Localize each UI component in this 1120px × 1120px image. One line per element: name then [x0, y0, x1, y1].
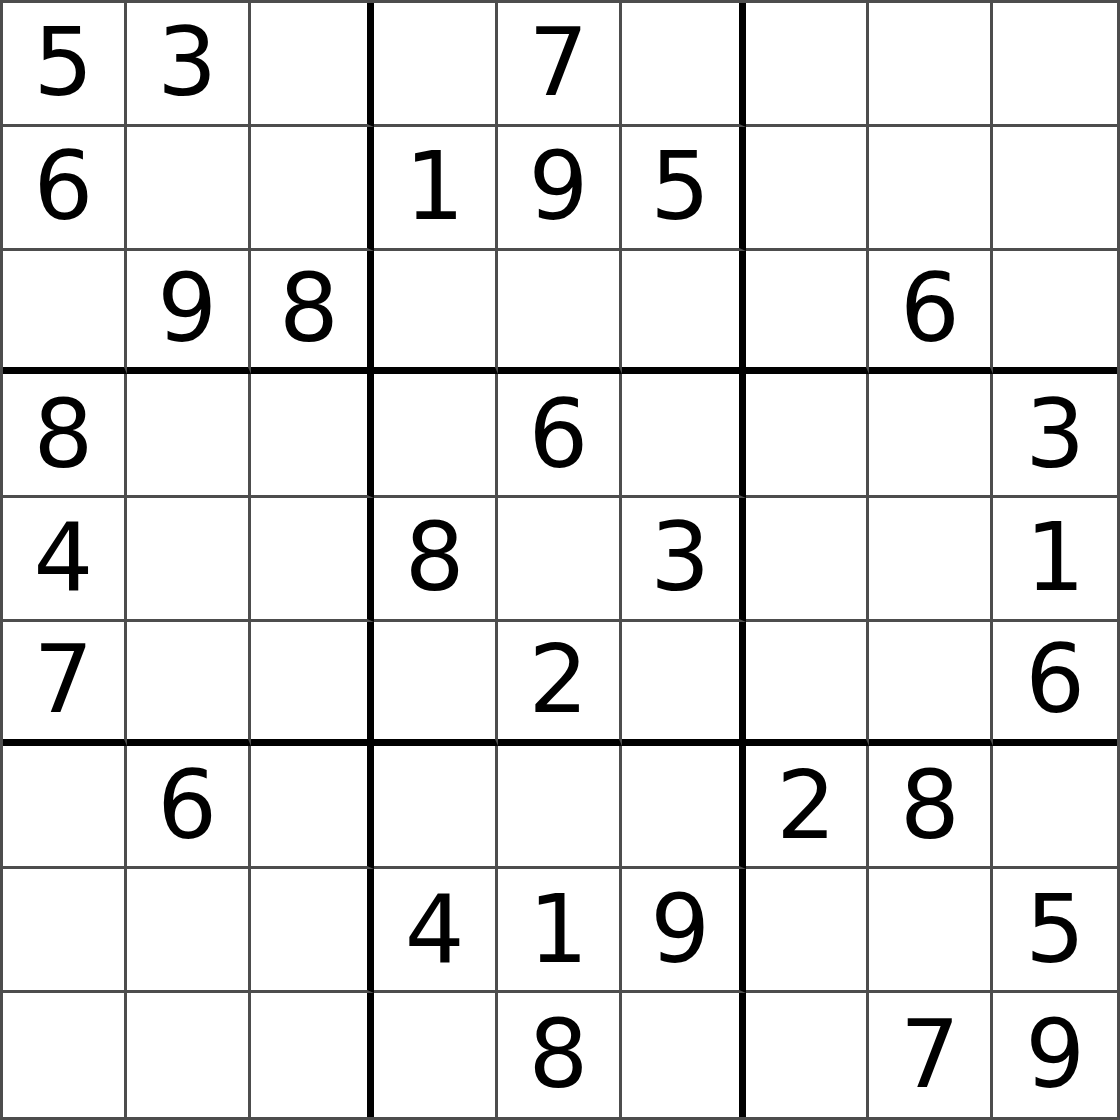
cell-r1c1: 5: [3, 3, 127, 127]
cell-r2c3[interactable]: [251, 127, 375, 251]
cell-r9c7[interactable]: [746, 993, 870, 1117]
cell-r5c7[interactable]: [746, 498, 870, 622]
cell-r2c4: 1: [374, 127, 498, 251]
cell-r7c5[interactable]: [498, 746, 622, 870]
cell-r8c4: 4: [374, 869, 498, 993]
cell-r7c1[interactable]: [3, 746, 127, 870]
cell-r6c2[interactable]: [127, 622, 251, 746]
cell-r2c1: 6: [3, 127, 127, 251]
cell-r7c2: 6: [127, 746, 251, 870]
cell-r4c5: 6: [498, 374, 622, 498]
cell-r8c2[interactable]: [127, 869, 251, 993]
cell-r5c3[interactable]: [251, 498, 375, 622]
cell-r3c3: 8: [251, 251, 375, 375]
cell-r7c4[interactable]: [374, 746, 498, 870]
cell-r5c8[interactable]: [869, 498, 993, 622]
cell-r9c3[interactable]: [251, 993, 375, 1117]
cell-r1c9[interactable]: [993, 3, 1117, 127]
cell-r5c1: 4: [3, 498, 127, 622]
cell-r4c8[interactable]: [869, 374, 993, 498]
cell-r1c6[interactable]: [622, 3, 746, 127]
cell-r7c9[interactable]: [993, 746, 1117, 870]
sudoku-board: 537619598686348317266284195879: [0, 0, 1120, 1120]
cell-r2c2[interactable]: [127, 127, 251, 251]
cell-r9c6[interactable]: [622, 993, 746, 1117]
cell-r6c1: 7: [3, 622, 127, 746]
cell-r9c2[interactable]: [127, 993, 251, 1117]
cell-r2c8[interactable]: [869, 127, 993, 251]
cell-r7c7: 2: [746, 746, 870, 870]
cell-r3c8: 6: [869, 251, 993, 375]
cell-r6c9: 6: [993, 622, 1117, 746]
cell-r6c7[interactable]: [746, 622, 870, 746]
cell-r8c5: 1: [498, 869, 622, 993]
cell-r8c7[interactable]: [746, 869, 870, 993]
cell-r2c5: 9: [498, 127, 622, 251]
cell-r4c6[interactable]: [622, 374, 746, 498]
cell-r2c7[interactable]: [746, 127, 870, 251]
cell-r4c3[interactable]: [251, 374, 375, 498]
cell-r1c8[interactable]: [869, 3, 993, 127]
cell-r9c5: 8: [498, 993, 622, 1117]
cell-r9c4[interactable]: [374, 993, 498, 1117]
cell-r1c2: 3: [127, 3, 251, 127]
cell-r9c8: 7: [869, 993, 993, 1117]
cell-r8c3[interactable]: [251, 869, 375, 993]
cell-r4c2[interactable]: [127, 374, 251, 498]
cell-r3c4[interactable]: [374, 251, 498, 375]
cell-r8c8[interactable]: [869, 869, 993, 993]
cell-r4c1: 8: [3, 374, 127, 498]
cell-r3c7[interactable]: [746, 251, 870, 375]
cell-r6c8[interactable]: [869, 622, 993, 746]
cell-r1c7[interactable]: [746, 3, 870, 127]
cell-r3c9[interactable]: [993, 251, 1117, 375]
cell-r1c3[interactable]: [251, 3, 375, 127]
cell-r5c4: 8: [374, 498, 498, 622]
cell-r3c6[interactable]: [622, 251, 746, 375]
cell-r9c1[interactable]: [3, 993, 127, 1117]
cell-r8c6: 9: [622, 869, 746, 993]
cell-r1c4[interactable]: [374, 3, 498, 127]
cell-r6c5: 2: [498, 622, 622, 746]
cell-r3c2: 9: [127, 251, 251, 375]
cell-r3c5[interactable]: [498, 251, 622, 375]
cell-r5c2[interactable]: [127, 498, 251, 622]
cell-r6c6[interactable]: [622, 622, 746, 746]
cell-r7c6[interactable]: [622, 746, 746, 870]
cell-r4c4[interactable]: [374, 374, 498, 498]
cell-r6c4[interactable]: [374, 622, 498, 746]
cell-r5c6: 3: [622, 498, 746, 622]
cell-r9c9: 9: [993, 993, 1117, 1117]
cell-r5c5[interactable]: [498, 498, 622, 622]
cell-r4c9: 3: [993, 374, 1117, 498]
cell-r8c9: 5: [993, 869, 1117, 993]
cell-r1c5: 7: [498, 3, 622, 127]
cell-r6c3[interactable]: [251, 622, 375, 746]
cell-r7c3[interactable]: [251, 746, 375, 870]
cell-r2c9[interactable]: [993, 127, 1117, 251]
cell-r8c1[interactable]: [3, 869, 127, 993]
cell-r7c8: 8: [869, 746, 993, 870]
cell-r3c1[interactable]: [3, 251, 127, 375]
cell-r4c7[interactable]: [746, 374, 870, 498]
cell-r5c9: 1: [993, 498, 1117, 622]
cell-r2c6: 5: [622, 127, 746, 251]
